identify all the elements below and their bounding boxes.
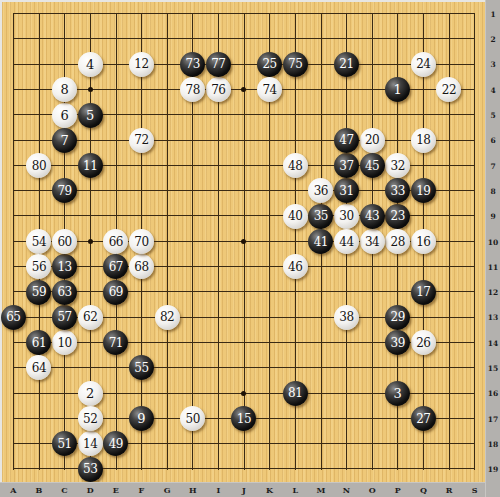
stone-white-2: 2 — [78, 381, 103, 406]
stone-white-60: 60 — [52, 229, 77, 254]
column-label-N: N — [343, 485, 350, 495]
column-label-F: F — [139, 485, 145, 495]
stone-black-57: 57 — [52, 305, 77, 330]
stone-black-81: 81 — [283, 381, 308, 406]
row-label-15: 15 — [486, 364, 500, 373]
row-label-6: 6 — [486, 136, 500, 145]
stone-black-5: 5 — [78, 103, 103, 128]
stone-white-16: 16 — [411, 229, 436, 254]
stone-black-73: 73 — [180, 52, 205, 77]
row-label-19: 19 — [486, 465, 500, 474]
column-label-K: K — [266, 485, 273, 495]
row-label-2: 2 — [486, 35, 500, 44]
stone-white-44: 44 — [334, 229, 359, 254]
stone-black-53: 53 — [78, 457, 103, 482]
column-label-B: B — [36, 485, 43, 495]
stone-white-36: 36 — [308, 178, 333, 203]
stone-black-65: 65 — [1, 305, 26, 330]
stone-black-51: 51 — [52, 431, 77, 456]
stone-white-38: 38 — [334, 305, 359, 330]
stone-black-71: 71 — [103, 330, 128, 355]
stone-black-9: 9 — [129, 406, 154, 431]
stone-black-13: 13 — [52, 254, 77, 279]
stone-white-52: 52 — [78, 406, 103, 431]
stone-white-4: 4 — [78, 52, 103, 77]
stone-white-30: 30 — [334, 204, 359, 229]
column-label-G: G — [164, 485, 171, 495]
column-label-P: P — [395, 485, 401, 495]
row-label-18: 18 — [486, 439, 500, 448]
row-label-17: 17 — [486, 414, 500, 423]
stone-white-46: 46 — [283, 254, 308, 279]
stone-white-26: 26 — [411, 330, 436, 355]
stone-black-49: 49 — [103, 431, 128, 456]
stone-black-25: 25 — [257, 52, 282, 77]
stone-white-66: 66 — [103, 229, 128, 254]
go-kifu-diagram: 1234567891011121314151617181920212223242… — [0, 0, 500, 497]
stone-black-23: 23 — [385, 204, 410, 229]
column-label-R: R — [446, 485, 453, 495]
stone-black-3: 3 — [385, 381, 410, 406]
stone-white-10: 10 — [52, 330, 77, 355]
stone-black-41: 41 — [308, 229, 333, 254]
stone-black-79: 79 — [52, 178, 77, 203]
star-point-D4 — [88, 87, 93, 92]
stone-white-76: 76 — [206, 77, 231, 102]
stone-black-55: 55 — [129, 355, 154, 380]
column-coordinate-strip: ABCDEFGHIJKLMNOPQRS — [0, 482, 500, 497]
column-label-M: M — [316, 485, 325, 495]
stone-black-7: 7 — [52, 128, 77, 153]
row-label-5: 5 — [486, 111, 500, 120]
stone-white-6: 6 — [52, 103, 77, 128]
star-point-J10 — [241, 239, 246, 244]
row-label-11: 11 — [486, 262, 500, 271]
stone-black-19: 19 — [411, 178, 436, 203]
stone-white-56: 56 — [26, 254, 51, 279]
stone-white-82: 82 — [155, 305, 180, 330]
stone-black-1: 1 — [385, 77, 410, 102]
stone-white-68: 68 — [129, 254, 154, 279]
column-label-C: C — [61, 485, 67, 495]
stone-black-69: 69 — [103, 280, 128, 305]
stone-white-50: 50 — [180, 406, 205, 431]
stone-white-74: 74 — [257, 77, 282, 102]
row-label-10: 10 — [486, 237, 500, 246]
row-label-16: 16 — [486, 389, 500, 398]
stone-black-37: 37 — [334, 153, 359, 178]
stone-black-47: 47 — [334, 128, 359, 153]
row-label-7: 7 — [486, 161, 500, 170]
stone-black-63: 63 — [52, 280, 77, 305]
row-label-1: 1 — [486, 9, 500, 18]
row-label-12: 12 — [486, 288, 500, 297]
stone-black-15: 15 — [231, 406, 256, 431]
stone-black-27: 27 — [411, 406, 436, 431]
stone-white-22: 22 — [436, 77, 461, 102]
stone-white-40: 40 — [283, 204, 308, 229]
stone-black-17: 17 — [411, 280, 436, 305]
row-label-8: 8 — [486, 186, 500, 195]
column-label-L: L — [292, 485, 298, 495]
row-label-3: 3 — [486, 60, 500, 69]
stone-white-62: 62 — [78, 305, 103, 330]
star-point-D10 — [88, 239, 93, 244]
column-label-A: A — [10, 485, 16, 495]
stone-white-54: 54 — [26, 229, 51, 254]
stone-black-77: 77 — [206, 52, 231, 77]
stone-black-67: 67 — [103, 254, 128, 279]
row-label-9: 9 — [486, 212, 500, 221]
stone-white-28: 28 — [385, 229, 410, 254]
stone-black-21: 21 — [334, 52, 359, 77]
stone-black-31: 31 — [334, 178, 359, 203]
stone-black-11: 11 — [78, 153, 103, 178]
stone-white-24: 24 — [411, 52, 436, 77]
column-label-J: J — [242, 485, 246, 495]
row-label-13: 13 — [486, 313, 500, 322]
stone-white-72: 72 — [129, 128, 154, 153]
column-label-E: E — [113, 485, 119, 495]
stone-white-8: 8 — [52, 77, 77, 102]
stone-black-61: 61 — [26, 330, 51, 355]
stone-black-29: 29 — [385, 305, 410, 330]
column-label-D: D — [87, 485, 94, 495]
column-label-S: S — [472, 485, 478, 495]
star-point-J16 — [241, 391, 246, 396]
column-label-H: H — [189, 485, 197, 495]
stone-black-33: 33 — [385, 178, 410, 203]
column-label-I: I — [216, 485, 220, 495]
column-label-Q: Q — [420, 485, 427, 495]
column-label-O: O — [369, 485, 376, 495]
board-grid[interactable]: 1234567891011121314151617181920212223242… — [1, 1, 488, 482]
stone-white-48: 48 — [283, 153, 308, 178]
row-coordinate-strip: 12345678910111213141516171819 — [485, 0, 500, 497]
stone-white-32: 32 — [385, 153, 410, 178]
row-label-4: 4 — [486, 85, 500, 94]
stone-white-14: 14 — [78, 431, 103, 456]
stone-black-39: 39 — [385, 330, 410, 355]
stone-black-59: 59 — [26, 280, 51, 305]
stone-black-45: 45 — [360, 153, 385, 178]
stone-black-75: 75 — [283, 52, 308, 77]
row-label-14: 14 — [486, 338, 500, 347]
stone-white-12: 12 — [129, 52, 154, 77]
stone-black-43: 43 — [360, 204, 385, 229]
stone-white-70: 70 — [129, 229, 154, 254]
stone-white-34: 34 — [360, 229, 385, 254]
stone-white-64: 64 — [26, 355, 51, 380]
stone-white-20: 20 — [360, 128, 385, 153]
stone-black-35: 35 — [308, 204, 333, 229]
star-point-J4 — [241, 87, 246, 92]
stone-white-80: 80 — [26, 153, 51, 178]
stone-white-18: 18 — [411, 128, 436, 153]
stone-white-78: 78 — [180, 77, 205, 102]
